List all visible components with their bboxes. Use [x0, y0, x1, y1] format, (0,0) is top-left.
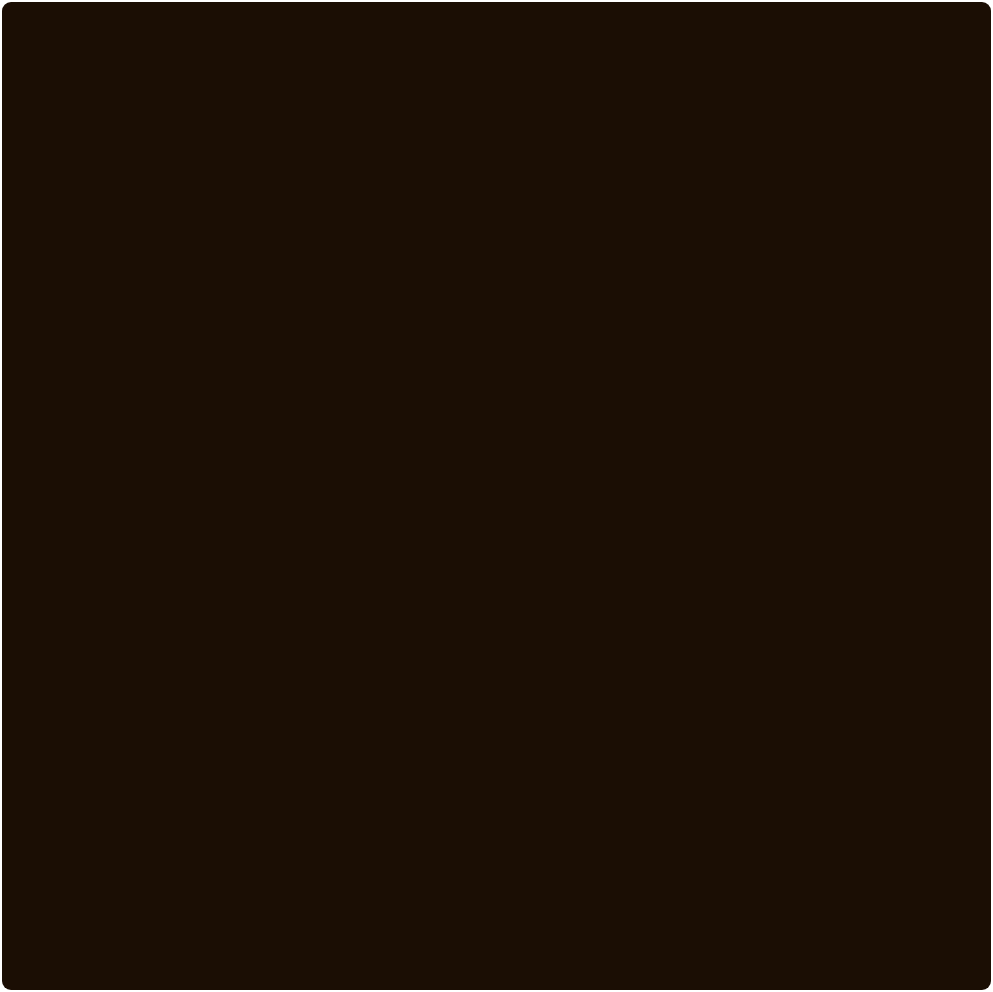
shogi-board: [2, 2, 991, 990]
shogi-board-frame: [0, 0, 993, 992]
